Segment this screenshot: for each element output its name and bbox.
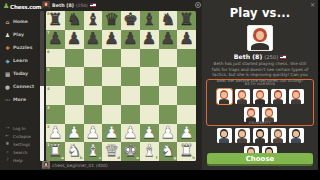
piece-white-rook[interactable]: ♜ <box>177 142 196 161</box>
bot-tile-1-1[interactable] <box>235 128 250 143</box>
piece-black-rook[interactable]: ♜ <box>46 11 65 30</box>
pawn-icon: ♟ <box>4 32 11 38</box>
chess-board[interactable]: 8♜♞♝♛♚♝♞♜7♟♟♟♟♟♟♟♟65432♟♟♟♟♟♟♟♟1a♜b♞c♝d♛… <box>46 11 196 161</box>
square-c3[interactable] <box>84 105 103 124</box>
bot-rating: (250) <box>264 54 278 60</box>
board-settings-gear-icon[interactable] <box>195 2 201 8</box>
learn-icon: ◆ <box>4 58 11 64</box>
piece-black-pawn[interactable]: ♟ <box>46 30 65 49</box>
square-h3[interactable] <box>177 105 196 124</box>
bot-portrait <box>253 128 268 143</box>
square-e1[interactable]: e♚ <box>121 142 140 161</box>
bot-tile-1-4[interactable] <box>289 128 304 143</box>
chesscom-logo[interactable]: ♟ Chess.com <box>0 0 37 10</box>
choose-button[interactable]: Choose <box>207 153 313 166</box>
sidebar-item-label: Search <box>13 150 27 155</box>
square-e8[interactable]: ♚ <box>121 11 140 30</box>
square-a6[interactable]: 6 <box>46 49 65 68</box>
chat-icon: ● <box>4 84 11 90</box>
bot-portrait <box>235 128 250 143</box>
square-a4[interactable]: 4 <box>46 86 65 105</box>
user-rating: (400) <box>96 163 108 168</box>
opponent-avatar[interactable] <box>42 1 50 9</box>
sidebar-item-help[interactable]: ?Help <box>0 156 37 164</box>
square-f4[interactable] <box>140 86 159 105</box>
square-b1[interactable]: b♞ <box>65 142 84 161</box>
main-content: ♟ Chess.com ⌂Home♟Play✚Puzzles◆Learn▦Tod… <box>0 0 318 170</box>
rank-label: 6 <box>47 50 50 54</box>
opponent-name: Beth (8) <box>52 3 74 8</box>
piece-white-bishop[interactable]: ♝ <box>140 142 159 161</box>
square-h6[interactable] <box>177 49 196 68</box>
square-h2[interactable]: ♟ <box>177 124 196 143</box>
square-e5[interactable] <box>121 67 140 86</box>
evaluation-bar-black <box>40 11 44 86</box>
bot-name-row: Beth (8) (250) <box>202 53 318 60</box>
square-a8[interactable]: 8♜ <box>46 11 65 30</box>
piece-black-pawn[interactable]: ♟ <box>65 30 84 49</box>
square-d8[interactable]: ♛ <box>102 11 121 30</box>
bot-tile-0-3[interactable] <box>271 89 286 104</box>
piece-black-pawn[interactable]: ♟ <box>102 30 121 49</box>
us-flag-icon <box>280 55 286 59</box>
square-f6[interactable] <box>140 49 159 68</box>
sidebar-item-learn[interactable]: ◆Learn <box>0 54 37 67</box>
bot-portrait <box>289 128 304 143</box>
home-icon: ⌂ <box>4 19 11 25</box>
logo-text: Chess.com <box>10 4 41 10</box>
play-vs-panel: ✕ Play vs... Beth (8) (250) Beth has jus… <box>202 0 318 170</box>
square-f7[interactable]: ♟ <box>140 30 159 49</box>
evaluation-bar-white <box>40 86 44 161</box>
bot-portrait <box>271 128 286 143</box>
square-h4[interactable] <box>177 86 196 105</box>
user-name: chess_beginner_01 <box>52 163 94 168</box>
sidebar-item-puzzles[interactable]: ✚Puzzles <box>0 41 37 54</box>
bot-name: Beth (8) <box>234 53 262 60</box>
bot-tile-0-4[interactable] <box>289 89 304 104</box>
bot-portrait <box>217 128 232 143</box>
collapse-icon: ⇤ <box>4 133 11 139</box>
sidebar-item-home[interactable]: ⌂Home <box>0 15 37 28</box>
piece-white-pawn[interactable]: ♟ <box>159 124 178 143</box>
square-c7[interactable]: ♟ <box>84 30 103 49</box>
rank-label: 4 <box>47 87 50 91</box>
sidebar-item-label: Log In <box>13 126 26 131</box>
square-f3[interactable] <box>140 105 159 124</box>
sidebar-item-label: Today <box>13 71 28 76</box>
square-f1[interactable]: f♝ <box>140 142 159 161</box>
square-g1[interactable]: g♞ <box>159 142 178 161</box>
piece-white-pawn[interactable]: ♟ <box>177 124 196 143</box>
gear-icon: ✱ <box>4 141 11 147</box>
sidebar-item-more[interactable]: ⋯More <box>0 93 37 106</box>
piece-black-pawn[interactable]: ♟ <box>140 30 159 49</box>
piece-white-king[interactable]: ♚ <box>121 142 140 161</box>
sidebar-item-collapse[interactable]: ⇤Collapse <box>0 132 37 140</box>
piece-white-pawn[interactable]: ♟ <box>121 124 140 143</box>
bot-tiles <box>213 87 307 123</box>
sidebar-item-today[interactable]: ▦Today <box>0 67 37 80</box>
square-f2[interactable]: ♟ <box>140 124 159 143</box>
sidebar-item-label: Home <box>13 19 28 24</box>
square-c1[interactable]: c♝ <box>84 142 103 161</box>
square-e2[interactable]: ♟ <box>121 124 140 143</box>
sidebar: ♟ Chess.com ⌂Home♟Play✚Puzzles◆Learn▦Tod… <box>0 0 37 170</box>
bot-tile-0-1[interactable] <box>235 89 250 104</box>
ellipsis-icon: ⋯ <box>4 97 11 103</box>
calendar-icon: ▦ <box>4 71 11 77</box>
bot-portrait <box>235 89 250 104</box>
piece-white-pawn[interactable]: ♟ <box>46 124 65 143</box>
square-g3[interactable] <box>159 105 178 124</box>
opponent-rating: (250) <box>76 3 88 8</box>
sidebar-footer: →Log In⇤Collapse✱Settings⌕Search?Help <box>0 124 37 164</box>
login-icon: → <box>4 125 11 131</box>
piece-black-queen[interactable]: ♛ <box>102 11 121 30</box>
piece-white-pawn[interactable]: ♟ <box>65 124 84 143</box>
panel-title: Play vs... <box>202 0 318 20</box>
square-h1[interactable]: h♜ <box>177 142 196 161</box>
bot-portrait <box>271 89 286 104</box>
square-b3[interactable] <box>65 105 84 124</box>
section-label: BETH HARMON <box>207 80 313 86</box>
square-g5[interactable] <box>159 67 178 86</box>
piece-white-knight[interactable]: ♞ <box>65 142 84 161</box>
us-flag-icon <box>90 3 96 7</box>
help-icon: ? <box>4 157 11 163</box>
square-e4[interactable] <box>121 86 140 105</box>
piece-black-rook[interactable]: ♜ <box>177 11 196 30</box>
sidebar-item-label: More <box>13 97 26 102</box>
piece-black-knight[interactable]: ♞ <box>159 11 178 30</box>
square-b7[interactable]: ♟ <box>65 30 84 49</box>
evaluation-bar <box>40 11 44 161</box>
square-d7[interactable]: ♟ <box>102 30 121 49</box>
piece-white-queen[interactable]: ♛ <box>102 142 121 161</box>
piece-white-bishop[interactable]: ♝ <box>84 142 103 161</box>
square-a2[interactable]: 2♟ <box>46 124 65 143</box>
square-h8[interactable]: ♜ <box>177 11 196 30</box>
square-f8[interactable]: ♝ <box>140 11 159 30</box>
piece-white-knight[interactable]: ♞ <box>159 142 178 161</box>
rank-label: 5 <box>47 68 50 72</box>
bot-portrait <box>289 89 304 104</box>
square-c2[interactable]: ♟ <box>84 124 103 143</box>
sidebar-item-label: Puzzles <box>13 45 32 50</box>
piece-black-bishop[interactable]: ♝ <box>140 11 159 30</box>
square-b8[interactable]: ♞ <box>65 11 84 30</box>
bot-tile-0-0[interactable] <box>217 89 232 104</box>
square-h7[interactable]: ♟ <box>177 30 196 49</box>
piece-white-rook[interactable]: ♜ <box>46 142 65 161</box>
sidebar-item-label: Help <box>13 158 23 163</box>
bot-avatar <box>247 25 273 51</box>
square-b2[interactable]: ♟ <box>65 124 84 143</box>
sidebar-menu: ⌂Home♟Play✚Puzzles◆Learn▦Today●Connect⋯M… <box>0 15 37 106</box>
square-a7[interactable]: 7♟ <box>46 30 65 49</box>
square-a1[interactable]: 1a♜ <box>46 142 65 161</box>
bot-tile-1-2[interactable] <box>253 128 268 143</box>
square-h5[interactable] <box>177 67 196 86</box>
pawn-logo-icon: ♟ <box>3 3 9 10</box>
opponent-player-bar[interactable]: Beth (8) (250) <box>42 1 96 9</box>
square-e3[interactable] <box>121 105 140 124</box>
section-label: CELEBRITY <box>206 119 314 125</box>
app-window: ♟ Chess.com ⌂Home♟Play✚Puzzles◆Learn▦Tod… <box>0 0 320 180</box>
rank-label: 3 <box>47 106 50 110</box>
square-d6[interactable] <box>102 49 121 68</box>
sidebar-item-play[interactable]: ♟Play <box>0 28 37 41</box>
square-c6[interactable] <box>84 49 103 68</box>
user-player-bar[interactable]: chess_beginner_01 (400) <box>42 161 108 169</box>
bot-tile-1-3[interactable] <box>271 128 286 143</box>
square-c5[interactable] <box>84 67 103 86</box>
square-b5[interactable] <box>65 67 84 86</box>
sidebar-item-search[interactable]: ⌕Search <box>0 148 37 156</box>
square-d2[interactable]: ♟ <box>102 124 121 143</box>
square-g4[interactable] <box>159 86 178 105</box>
piece-black-pawn[interactable]: ♟ <box>159 30 178 49</box>
square-e7[interactable]: ♟ <box>121 30 140 49</box>
square-e6[interactable] <box>121 49 140 68</box>
piece-black-pawn[interactable]: ♟ <box>177 30 196 49</box>
sidebar-item-label: Connect <box>13 84 34 89</box>
bot-portrait <box>217 89 232 104</box>
square-c4[interactable] <box>84 86 103 105</box>
bot-tile-1-0[interactable] <box>217 128 232 143</box>
square-g2[interactable]: ♟ <box>159 124 178 143</box>
sidebar-item-label: Collapse <box>13 134 31 139</box>
square-g7[interactable]: ♟ <box>159 30 178 49</box>
square-b6[interactable] <box>65 49 84 68</box>
sidebar-item-connect[interactable]: ●Connect <box>0 80 37 93</box>
puzzle-icon: ✚ <box>4 45 11 51</box>
square-d4[interactable] <box>102 86 121 105</box>
square-f5[interactable] <box>140 67 159 86</box>
piece-black-knight[interactable]: ♞ <box>65 11 84 30</box>
sidebar-item-label: Settings <box>13 142 30 147</box>
square-a3[interactable]: 3 <box>46 105 65 124</box>
square-g8[interactable]: ♞ <box>159 11 178 30</box>
bot-portrait <box>253 89 268 104</box>
piece-black-bishop[interactable]: ♝ <box>84 11 103 30</box>
square-d5[interactable] <box>102 67 121 86</box>
piece-black-pawn[interactable]: ♟ <box>121 30 140 49</box>
user-avatar[interactable] <box>42 161 50 169</box>
sidebar-item-label: Play <box>13 32 24 37</box>
piece-white-pawn[interactable]: ♟ <box>84 124 103 143</box>
sidebar-item-settings[interactable]: ✱Settings <box>0 140 37 148</box>
sidebar-item-log-in[interactable]: →Log In <box>0 124 37 132</box>
square-b4[interactable] <box>65 86 84 105</box>
square-g6[interactable] <box>159 49 178 68</box>
piece-white-pawn[interactable]: ♟ <box>102 124 121 143</box>
piece-black-king[interactable]: ♚ <box>121 11 140 30</box>
piece-white-pawn[interactable]: ♟ <box>140 124 159 143</box>
search-icon: ⌕ <box>4 149 11 155</box>
square-a5[interactable]: 5 <box>46 67 65 86</box>
sidebar-item-label: Learn <box>13 58 28 63</box>
piece-black-pawn[interactable]: ♟ <box>84 30 103 49</box>
square-c8[interactable]: ♝ <box>84 11 103 30</box>
bot-tile-0-2[interactable] <box>253 89 268 104</box>
close-icon[interactable]: ✕ <box>310 1 315 8</box>
square-d1[interactable]: d♛ <box>102 142 121 161</box>
square-d3[interactable] <box>102 105 121 124</box>
